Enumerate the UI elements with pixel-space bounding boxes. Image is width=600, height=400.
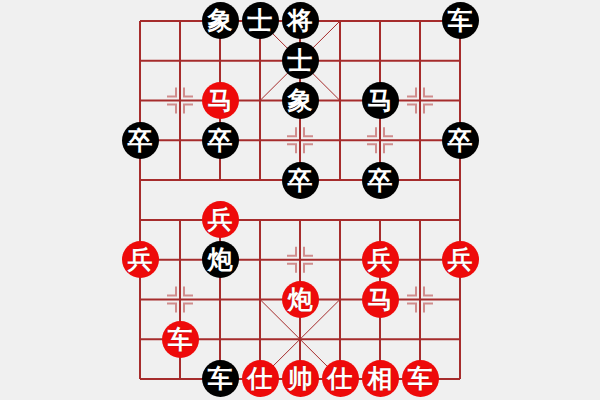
piece-black-chariot[interactable]: 车 [442, 2, 479, 39]
piece-black-general[interactable]: 将 [282, 2, 319, 39]
piece-black-soldier[interactable]: 卒 [122, 122, 159, 159]
piece-black-soldier[interactable]: 卒 [282, 162, 319, 199]
piece-black-soldier[interactable]: 卒 [202, 122, 239, 159]
piece-black-horse[interactable]: 马 [362, 82, 399, 119]
piece-black-chariot[interactable]: 车 [202, 360, 239, 397]
piece-red-chariot[interactable]: 车 [402, 360, 439, 397]
piece-red-soldier[interactable]: 兵 [442, 241, 479, 278]
piece-black-elephant[interactable]: 象 [282, 82, 319, 119]
piece-red-chariot[interactable]: 车 [162, 321, 199, 358]
piece-black-elephant[interactable]: 象 [202, 2, 239, 39]
piece-red-soldier[interactable]: 兵 [362, 241, 399, 278]
piece-black-cannon[interactable]: 炮 [202, 241, 239, 278]
piece-black-soldier[interactable]: 卒 [362, 162, 399, 199]
piece-red-horse[interactable]: 马 [202, 82, 239, 119]
piece-red-elephant[interactable]: 相 [362, 360, 399, 397]
piece-red-advisor[interactable]: 仕 [322, 360, 359, 397]
piece-red-advisor[interactable]: 仕 [242, 360, 279, 397]
piece-black-soldier[interactable]: 卒 [442, 122, 479, 159]
xiangqi-board: 象士将车士马象马卒卒卒卒卒兵兵炮兵兵炮马车车仕帅仕相车 [0, 0, 600, 400]
piece-black-advisor[interactable]: 士 [282, 42, 319, 79]
piece-red-horse[interactable]: 马 [362, 281, 399, 318]
piece-black-advisor[interactable]: 士 [242, 2, 279, 39]
piece-red-soldier[interactable]: 兵 [122, 241, 159, 278]
piece-grid: 象士将车士马象马卒卒卒卒卒兵兵炮兵兵炮马车车仕帅仕相车 [120, 1, 480, 399]
piece-red-soldier[interactable]: 兵 [202, 201, 239, 238]
piece-red-cannon[interactable]: 炮 [282, 281, 319, 318]
piece-red-general[interactable]: 帅 [282, 360, 319, 397]
